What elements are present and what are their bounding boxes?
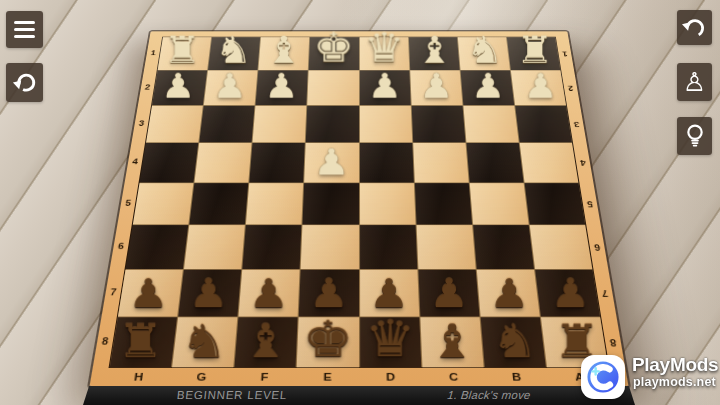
playmods-url: playmods.net — [615, 375, 720, 389]
piece-black-queen[interactable]: ♛ — [365, 314, 416, 364]
restart-icon — [10, 68, 40, 98]
piece-white-pawn[interactable]: ♟ — [471, 69, 506, 103]
file-label-d: D — [381, 369, 400, 385]
piece-white-queen[interactable]: ♛ — [364, 28, 405, 68]
chessboard: ♜♞♝♚♛♝♞♜♟♟♟♟♟♟♟♟♟♟♟♟♟♟♟♟♜♞♝♚♛♝♞♜ 1234567… — [90, 31, 629, 386]
piece-white-knight[interactable]: ♞ — [466, 31, 504, 68]
level-label: BEGINNER LEVEL — [176, 386, 288, 405]
square-c3[interactable] — [411, 106, 465, 143]
square-c6[interactable] — [416, 225, 475, 269]
square-f4[interactable] — [250, 143, 306, 182]
square-g7[interactable]: ♟ — [178, 270, 241, 317]
square-c8[interactable]: ♝ — [420, 317, 483, 367]
square-e4[interactable]: ♟ — [305, 143, 359, 182]
square-h4[interactable] — [140, 143, 199, 182]
square-g5[interactable] — [190, 183, 249, 224]
rank-label-left-8: 8 — [97, 336, 113, 349]
rank-label-right-1: 1 — [559, 49, 571, 57]
file-label-c: C — [444, 369, 463, 385]
square-a4[interactable] — [520, 143, 579, 182]
rank-label-left-7: 7 — [106, 287, 121, 299]
square-h2[interactable]: ♟ — [152, 71, 207, 106]
piece-white-bishop[interactable]: ♝ — [265, 31, 303, 68]
piece-black-pawn[interactable]: ♟ — [248, 274, 288, 314]
file-label-b: B — [507, 369, 527, 385]
file-label-e: E — [318, 369, 337, 385]
square-a7[interactable]: ♟ — [535, 270, 600, 317]
square-b2[interactable]: ♟ — [460, 71, 514, 106]
hamburger-icon — [14, 21, 35, 25]
piece-white-rook[interactable]: ♜ — [516, 31, 554, 68]
piece-white-pawn[interactable]: ♟ — [419, 69, 454, 103]
rank-label-right-2: 2 — [564, 83, 577, 92]
square-e1[interactable]: ♚ — [309, 37, 359, 70]
move-status: 1. Black's move — [446, 386, 531, 405]
square-g8[interactable]: ♞ — [172, 317, 237, 367]
rank-label-left-4: 4 — [128, 157, 141, 167]
rank-label-right-4: 4 — [576, 157, 589, 167]
rank-label-left-2: 2 — [141, 83, 154, 92]
rank-label-left-1: 1 — [147, 49, 159, 57]
rank-label-right-7: 7 — [597, 287, 612, 299]
square-a3[interactable] — [515, 106, 572, 143]
square-g3[interactable] — [199, 106, 254, 143]
rank-label-left-5: 5 — [121, 198, 135, 209]
square-b7[interactable]: ♟ — [477, 270, 540, 317]
square-d2[interactable]: ♟ — [359, 71, 410, 106]
piece-black-king[interactable]: ♚ — [302, 314, 353, 364]
square-e6[interactable] — [301, 225, 358, 269]
piece-white-knight[interactable]: ♞ — [214, 31, 252, 68]
square-b6[interactable] — [473, 225, 534, 269]
piece-black-pawn[interactable]: ♟ — [369, 274, 409, 314]
piece-white-pawn[interactable]: ♟ — [523, 69, 558, 103]
playmods-badge[interactable]: PlayMods playmods.net — [578, 350, 720, 405]
rank-label-right-6: 6 — [590, 241, 604, 252]
square-b4[interactable] — [466, 143, 523, 182]
square-b3[interactable] — [463, 106, 518, 143]
piece-white-king[interactable]: ♚ — [313, 28, 354, 68]
square-f8[interactable]: ♝ — [235, 317, 298, 367]
piece-white-bishop[interactable]: ♝ — [416, 31, 454, 68]
square-g2[interactable]: ♟ — [204, 71, 258, 106]
piece-black-rook[interactable]: ♜ — [118, 318, 165, 364]
square-h5[interactable] — [133, 183, 194, 224]
square-a2[interactable]: ♟ — [511, 71, 566, 106]
pawn-icon: ♙ — [683, 69, 706, 95]
piece-black-bishop[interactable]: ♝ — [242, 318, 289, 364]
rank-label-left-3: 3 — [135, 119, 148, 128]
board-grid: ♜♞♝♚♛♝♞♜♟♟♟♟♟♟♟♟♟♟♟♟♟♟♟♟♜♞♝♚♛♝♞♜ — [109, 37, 610, 368]
square-e5[interactable] — [303, 183, 359, 224]
piece-black-bishop[interactable]: ♝ — [429, 318, 476, 364]
square-b5[interactable] — [469, 183, 528, 224]
playmods-title: PlayMods — [615, 354, 720, 376]
square-c2[interactable]: ♟ — [410, 71, 462, 106]
piece-black-pawn[interactable]: ♟ — [429, 274, 469, 314]
square-a5[interactable] — [524, 183, 585, 224]
rank-label-right-3: 3 — [570, 119, 583, 128]
piece-white-pawn[interactable]: ♟ — [212, 69, 247, 103]
rank-label-right-8: 8 — [605, 336, 621, 349]
square-g6[interactable] — [184, 225, 245, 269]
lightbulb-icon — [680, 120, 710, 152]
piece-black-knight[interactable]: ♞ — [180, 318, 227, 364]
menu-button[interactable] — [6, 11, 43, 48]
square-c4[interactable] — [413, 143, 469, 182]
square-b8[interactable]: ♞ — [480, 317, 545, 367]
piece-black-pawn[interactable]: ♟ — [550, 274, 590, 314]
square-d4[interactable] — [359, 143, 413, 182]
board-front-face: BEGINNER LEVEL 1. Black's move — [83, 386, 635, 405]
piece-black-pawn[interactable]: ♟ — [309, 274, 349, 314]
rank-label-right-5: 5 — [583, 198, 597, 209]
square-f3[interactable] — [253, 106, 307, 143]
square-d6[interactable] — [360, 225, 417, 269]
piece-white-pawn[interactable]: ♟ — [368, 69, 403, 103]
square-f6[interactable] — [243, 225, 302, 269]
square-d3[interactable] — [359, 106, 411, 143]
square-e2[interactable] — [308, 71, 359, 106]
square-f5[interactable] — [246, 183, 303, 224]
restart-button[interactable] — [6, 63, 43, 102]
piece-black-pawn[interactable]: ♟ — [188, 274, 228, 314]
hint-button[interactable] — [677, 117, 712, 155]
square-e8[interactable]: ♚ — [297, 317, 358, 367]
piece-white-pawn[interactable]: ♟ — [161, 69, 196, 103]
square-h6[interactable] — [126, 225, 189, 269]
square-f2[interactable]: ♟ — [256, 71, 308, 106]
square-h8[interactable]: ♜ — [110, 317, 177, 367]
piece-black-knight[interactable]: ♞ — [491, 318, 538, 364]
player-mode-button[interactable]: ♙ — [677, 63, 712, 101]
piece-black-pawn[interactable]: ♟ — [490, 274, 530, 314]
chessboard-scene: ♜♞♝♚♛♝♞♜♟♟♟♟♟♟♟♟♟♟♟♟♟♟♟♟♜♞♝♚♛♝♞♜ 1234567… — [124, 0, 594, 394]
square-c5[interactable] — [414, 183, 471, 224]
rank-label-left-6: 6 — [114, 241, 128, 252]
square-h3[interactable] — [146, 106, 203, 143]
square-g4[interactable] — [195, 143, 252, 182]
file-label-h: H — [128, 369, 149, 385]
undo-icon — [680, 13, 709, 42]
file-label-g: G — [192, 369, 212, 385]
square-d8[interactable]: ♛ — [360, 317, 421, 367]
square-a6[interactable] — [530, 225, 593, 269]
piece-white-pawn[interactable]: ♟ — [264, 69, 299, 103]
square-f7[interactable]: ♟ — [239, 270, 300, 317]
square-d5[interactable] — [359, 183, 415, 224]
undo-button[interactable] — [677, 10, 712, 45]
piece-black-pawn[interactable]: ♟ — [128, 274, 168, 314]
piece-white-rook[interactable]: ♜ — [164, 31, 202, 68]
piece-white-pawn[interactable]: ♟ — [313, 144, 350, 180]
square-c7[interactable]: ♟ — [418, 270, 479, 317]
square-e3[interactable] — [306, 106, 358, 143]
file-label-f: F — [255, 369, 274, 385]
square-h7[interactable]: ♟ — [118, 270, 183, 317]
